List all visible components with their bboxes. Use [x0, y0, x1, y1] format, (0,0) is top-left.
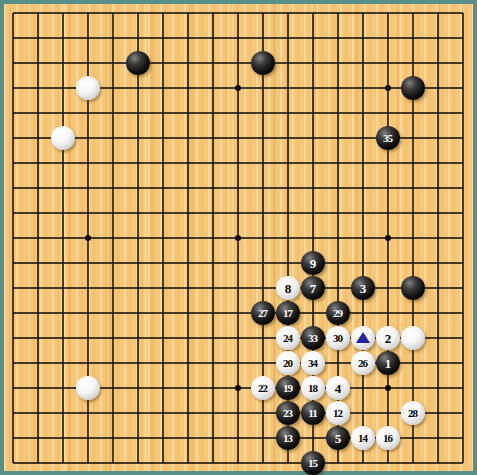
point-J2[interactable] [201, 426, 226, 451]
point-K5[interactable] [226, 351, 251, 376]
point-K2[interactable] [226, 426, 251, 451]
point-F16[interactable] [126, 76, 151, 101]
point-R1[interactable] [401, 451, 426, 475]
point-L16[interactable] [251, 76, 276, 101]
point-E12[interactable] [101, 176, 126, 201]
point-J17[interactable] [201, 51, 226, 76]
point-C5[interactable] [51, 351, 76, 376]
point-E8[interactable] [101, 276, 126, 301]
point-D18[interactable] [76, 26, 101, 51]
point-T12[interactable] [451, 176, 476, 201]
point-D11[interactable] [76, 201, 101, 226]
point-T8[interactable] [451, 276, 476, 301]
point-F15[interactable] [126, 101, 151, 126]
point-R6[interactable] [401, 326, 426, 351]
point-C14[interactable] [51, 126, 76, 151]
point-Q2[interactable]: 16 [376, 426, 401, 451]
point-C19[interactable] [51, 1, 76, 26]
point-R3[interactable]: 28 [401, 401, 426, 426]
point-A14[interactable] [1, 126, 26, 151]
point-H12[interactable] [176, 176, 201, 201]
point-Q5[interactable]: 1 [376, 351, 401, 376]
point-T17[interactable] [451, 51, 476, 76]
point-K3[interactable] [226, 401, 251, 426]
point-H17[interactable] [176, 51, 201, 76]
point-E17[interactable] [101, 51, 126, 76]
point-C17[interactable] [51, 51, 76, 76]
point-T3[interactable] [451, 401, 476, 426]
point-C13[interactable] [51, 151, 76, 176]
point-B4[interactable] [26, 376, 51, 401]
point-L6[interactable] [251, 326, 276, 351]
point-M19[interactable] [276, 1, 301, 26]
point-B14[interactable] [26, 126, 51, 151]
point-K13[interactable] [226, 151, 251, 176]
point-G17[interactable] [151, 51, 176, 76]
point-F3[interactable] [126, 401, 151, 426]
point-H18[interactable] [176, 26, 201, 51]
point-D13[interactable] [76, 151, 101, 176]
point-Q7[interactable] [376, 301, 401, 326]
point-O5[interactable] [326, 351, 351, 376]
point-J6[interactable] [201, 326, 226, 351]
point-M11[interactable] [276, 201, 301, 226]
point-J1[interactable] [201, 451, 226, 475]
point-N2[interactable] [301, 426, 326, 451]
point-D12[interactable] [76, 176, 101, 201]
point-D8[interactable] [76, 276, 101, 301]
point-B9[interactable] [26, 251, 51, 276]
point-C6[interactable] [51, 326, 76, 351]
point-M15[interactable] [276, 101, 301, 126]
point-A8[interactable] [1, 276, 26, 301]
point-O8[interactable] [326, 276, 351, 301]
point-S17[interactable] [426, 51, 451, 76]
point-C18[interactable] [51, 26, 76, 51]
point-L14[interactable] [251, 126, 276, 151]
point-O12[interactable] [326, 176, 351, 201]
point-H19[interactable] [176, 1, 201, 26]
point-F1[interactable] [126, 451, 151, 475]
point-R15[interactable] [401, 101, 426, 126]
point-F10[interactable] [126, 226, 151, 251]
point-F19[interactable] [126, 1, 151, 26]
point-E19[interactable] [101, 1, 126, 26]
point-C8[interactable] [51, 276, 76, 301]
point-A17[interactable] [1, 51, 26, 76]
point-L15[interactable] [251, 101, 276, 126]
point-T10[interactable] [451, 226, 476, 251]
point-D7[interactable] [76, 301, 101, 326]
point-Q10[interactable] [376, 226, 401, 251]
point-N3[interactable]: 11 [301, 401, 326, 426]
point-D19[interactable] [76, 1, 101, 26]
point-M9[interactable] [276, 251, 301, 276]
point-G9[interactable] [151, 251, 176, 276]
point-M1[interactable] [276, 451, 301, 475]
point-N7[interactable] [301, 301, 326, 326]
point-Q11[interactable] [376, 201, 401, 226]
point-L12[interactable] [251, 176, 276, 201]
point-D17[interactable] [76, 51, 101, 76]
point-E9[interactable] [101, 251, 126, 276]
point-B16[interactable] [26, 76, 51, 101]
point-E14[interactable] [101, 126, 126, 151]
point-G4[interactable] [151, 376, 176, 401]
point-J4[interactable] [201, 376, 226, 401]
point-N6[interactable]: 33 [301, 326, 326, 351]
point-S9[interactable] [426, 251, 451, 276]
point-K19[interactable] [226, 1, 251, 26]
point-T7[interactable] [451, 301, 476, 326]
point-B11[interactable] [26, 201, 51, 226]
point-B3[interactable] [26, 401, 51, 426]
point-D2[interactable] [76, 426, 101, 451]
point-P13[interactable] [351, 151, 376, 176]
point-J15[interactable] [201, 101, 226, 126]
point-M7[interactable]: 17 [276, 301, 301, 326]
point-L2[interactable] [251, 426, 276, 451]
point-O1[interactable] [326, 451, 351, 475]
point-L19[interactable] [251, 1, 276, 26]
point-K6[interactable] [226, 326, 251, 351]
point-G16[interactable] [151, 76, 176, 101]
point-Q8[interactable] [376, 276, 401, 301]
point-B2[interactable] [26, 426, 51, 451]
point-K14[interactable] [226, 126, 251, 151]
point-P7[interactable] [351, 301, 376, 326]
point-R9[interactable] [401, 251, 426, 276]
point-R14[interactable] [401, 126, 426, 151]
point-E15[interactable] [101, 101, 126, 126]
point-L11[interactable] [251, 201, 276, 226]
point-A9[interactable] [1, 251, 26, 276]
point-O19[interactable] [326, 1, 351, 26]
point-G14[interactable] [151, 126, 176, 151]
point-H5[interactable] [176, 351, 201, 376]
point-L9[interactable] [251, 251, 276, 276]
point-T14[interactable] [451, 126, 476, 151]
point-M13[interactable] [276, 151, 301, 176]
point-S18[interactable] [426, 26, 451, 51]
point-A12[interactable] [1, 176, 26, 201]
point-B17[interactable] [26, 51, 51, 76]
point-M5[interactable]: 20 [276, 351, 301, 376]
point-D1[interactable] [76, 451, 101, 475]
point-H7[interactable] [176, 301, 201, 326]
point-S16[interactable] [426, 76, 451, 101]
point-R11[interactable] [401, 201, 426, 226]
point-H4[interactable] [176, 376, 201, 401]
point-G10[interactable] [151, 226, 176, 251]
point-P2[interactable]: 14 [351, 426, 376, 451]
point-F7[interactable] [126, 301, 151, 326]
point-N8[interactable]: 7 [301, 276, 326, 301]
point-O7[interactable]: 29 [326, 301, 351, 326]
point-J16[interactable] [201, 76, 226, 101]
point-H10[interactable] [176, 226, 201, 251]
point-F2[interactable] [126, 426, 151, 451]
point-C12[interactable] [51, 176, 76, 201]
point-K11[interactable] [226, 201, 251, 226]
point-P6[interactable] [351, 326, 376, 351]
point-H15[interactable] [176, 101, 201, 126]
point-J5[interactable] [201, 351, 226, 376]
point-T18[interactable] [451, 26, 476, 51]
point-J7[interactable] [201, 301, 226, 326]
point-A15[interactable] [1, 101, 26, 126]
point-A7[interactable] [1, 301, 26, 326]
point-B15[interactable] [26, 101, 51, 126]
point-B10[interactable] [26, 226, 51, 251]
point-M10[interactable] [276, 226, 301, 251]
point-E7[interactable] [101, 301, 126, 326]
point-G12[interactable] [151, 176, 176, 201]
point-P5[interactable]: 26 [351, 351, 376, 376]
point-O14[interactable] [326, 126, 351, 151]
point-N1[interactable]: 15 [301, 451, 326, 475]
point-G19[interactable] [151, 1, 176, 26]
point-S2[interactable] [426, 426, 451, 451]
point-N4[interactable]: 18 [301, 376, 326, 401]
point-L8[interactable] [251, 276, 276, 301]
point-Q15[interactable] [376, 101, 401, 126]
point-K7[interactable] [226, 301, 251, 326]
point-B7[interactable] [26, 301, 51, 326]
point-R17[interactable] [401, 51, 426, 76]
point-N16[interactable] [301, 76, 326, 101]
point-G18[interactable] [151, 26, 176, 51]
point-P4[interactable] [351, 376, 376, 401]
point-L10[interactable] [251, 226, 276, 251]
point-R8[interactable] [401, 276, 426, 301]
point-G7[interactable] [151, 301, 176, 326]
point-T19[interactable] [451, 1, 476, 26]
point-O16[interactable] [326, 76, 351, 101]
point-N5[interactable]: 34 [301, 351, 326, 376]
point-F14[interactable] [126, 126, 151, 151]
point-T11[interactable] [451, 201, 476, 226]
point-S1[interactable] [426, 451, 451, 475]
point-L7[interactable]: 27 [251, 301, 276, 326]
point-M6[interactable]: 24 [276, 326, 301, 351]
point-S6[interactable] [426, 326, 451, 351]
point-R16[interactable] [401, 76, 426, 101]
point-C2[interactable] [51, 426, 76, 451]
point-E4[interactable] [101, 376, 126, 401]
point-F17[interactable] [126, 51, 151, 76]
point-L4[interactable]: 22 [251, 376, 276, 401]
point-H8[interactable] [176, 276, 201, 301]
point-P8[interactable]: 3 [351, 276, 376, 301]
point-C3[interactable] [51, 401, 76, 426]
point-E16[interactable] [101, 76, 126, 101]
point-R13[interactable] [401, 151, 426, 176]
point-E11[interactable] [101, 201, 126, 226]
point-N12[interactable] [301, 176, 326, 201]
point-O11[interactable] [326, 201, 351, 226]
point-Q19[interactable] [376, 1, 401, 26]
point-O3[interactable]: 12 [326, 401, 351, 426]
point-J8[interactable] [201, 276, 226, 301]
point-O15[interactable] [326, 101, 351, 126]
point-F9[interactable] [126, 251, 151, 276]
point-D4[interactable] [76, 376, 101, 401]
point-T5[interactable] [451, 351, 476, 376]
point-B19[interactable] [26, 1, 51, 26]
point-T2[interactable] [451, 426, 476, 451]
point-A18[interactable] [1, 26, 26, 51]
point-A4[interactable] [1, 376, 26, 401]
point-N11[interactable] [301, 201, 326, 226]
point-K8[interactable] [226, 276, 251, 301]
point-H6[interactable] [176, 326, 201, 351]
point-T6[interactable] [451, 326, 476, 351]
point-A5[interactable] [1, 351, 26, 376]
point-C9[interactable] [51, 251, 76, 276]
point-T13[interactable] [451, 151, 476, 176]
point-Q3[interactable] [376, 401, 401, 426]
point-P11[interactable] [351, 201, 376, 226]
point-D16[interactable] [76, 76, 101, 101]
point-A1[interactable] [1, 451, 26, 475]
point-O18[interactable] [326, 26, 351, 51]
point-P15[interactable] [351, 101, 376, 126]
point-T16[interactable] [451, 76, 476, 101]
point-J12[interactable] [201, 176, 226, 201]
point-P3[interactable] [351, 401, 376, 426]
point-P17[interactable] [351, 51, 376, 76]
point-N9[interactable]: 9 [301, 251, 326, 276]
point-B8[interactable] [26, 276, 51, 301]
point-L1[interactable] [251, 451, 276, 475]
point-G11[interactable] [151, 201, 176, 226]
point-K9[interactable] [226, 251, 251, 276]
point-S5[interactable] [426, 351, 451, 376]
point-Q12[interactable] [376, 176, 401, 201]
point-R12[interactable] [401, 176, 426, 201]
point-B5[interactable] [26, 351, 51, 376]
point-F18[interactable] [126, 26, 151, 51]
point-C10[interactable] [51, 226, 76, 251]
point-M17[interactable] [276, 51, 301, 76]
point-K16[interactable] [226, 76, 251, 101]
point-H9[interactable] [176, 251, 201, 276]
point-Q16[interactable] [376, 76, 401, 101]
point-H16[interactable] [176, 76, 201, 101]
point-B1[interactable] [26, 451, 51, 475]
point-N14[interactable] [301, 126, 326, 151]
point-A16[interactable] [1, 76, 26, 101]
point-O9[interactable] [326, 251, 351, 276]
point-D9[interactable] [76, 251, 101, 276]
point-A19[interactable] [1, 1, 26, 26]
point-L5[interactable] [251, 351, 276, 376]
point-D6[interactable] [76, 326, 101, 351]
point-K18[interactable] [226, 26, 251, 51]
point-S11[interactable] [426, 201, 451, 226]
point-N13[interactable] [301, 151, 326, 176]
point-A2[interactable] [1, 426, 26, 451]
point-K4[interactable] [226, 376, 251, 401]
point-E13[interactable] [101, 151, 126, 176]
point-F12[interactable] [126, 176, 151, 201]
point-K10[interactable] [226, 226, 251, 251]
point-G8[interactable] [151, 276, 176, 301]
point-F11[interactable] [126, 201, 151, 226]
point-S8[interactable] [426, 276, 451, 301]
point-B13[interactable] [26, 151, 51, 176]
point-M2[interactable]: 13 [276, 426, 301, 451]
point-G5[interactable] [151, 351, 176, 376]
point-Q13[interactable] [376, 151, 401, 176]
point-Q6[interactable]: 2 [376, 326, 401, 351]
point-Q14[interactable]: 35 [376, 126, 401, 151]
point-J9[interactable] [201, 251, 226, 276]
point-R10[interactable] [401, 226, 426, 251]
point-C15[interactable] [51, 101, 76, 126]
point-F6[interactable] [126, 326, 151, 351]
point-P16[interactable] [351, 76, 376, 101]
point-C11[interactable] [51, 201, 76, 226]
point-M14[interactable] [276, 126, 301, 151]
point-L18[interactable] [251, 26, 276, 51]
point-E1[interactable] [101, 451, 126, 475]
point-G1[interactable] [151, 451, 176, 475]
point-G2[interactable] [151, 426, 176, 451]
point-O10[interactable] [326, 226, 351, 251]
point-K17[interactable] [226, 51, 251, 76]
point-G15[interactable] [151, 101, 176, 126]
point-J18[interactable] [201, 26, 226, 51]
point-K15[interactable] [226, 101, 251, 126]
point-J14[interactable] [201, 126, 226, 151]
point-D10[interactable] [76, 226, 101, 251]
point-E5[interactable] [101, 351, 126, 376]
point-R4[interactable] [401, 376, 426, 401]
point-S15[interactable] [426, 101, 451, 126]
point-O17[interactable] [326, 51, 351, 76]
point-B18[interactable] [26, 26, 51, 51]
point-H1[interactable] [176, 451, 201, 475]
point-R7[interactable] [401, 301, 426, 326]
point-P18[interactable] [351, 26, 376, 51]
point-T4[interactable] [451, 376, 476, 401]
point-M16[interactable] [276, 76, 301, 101]
point-R2[interactable] [401, 426, 426, 451]
point-Q4[interactable] [376, 376, 401, 401]
point-Q1[interactable] [376, 451, 401, 475]
point-F8[interactable] [126, 276, 151, 301]
point-J13[interactable] [201, 151, 226, 176]
point-N15[interactable] [301, 101, 326, 126]
point-L13[interactable] [251, 151, 276, 176]
point-S3[interactable] [426, 401, 451, 426]
point-T15[interactable] [451, 101, 476, 126]
point-J19[interactable] [201, 1, 226, 26]
point-E2[interactable] [101, 426, 126, 451]
point-G13[interactable] [151, 151, 176, 176]
point-S14[interactable] [426, 126, 451, 151]
point-T1[interactable] [451, 451, 476, 475]
point-M8[interactable]: 8 [276, 276, 301, 301]
point-S4[interactable] [426, 376, 451, 401]
point-K1[interactable] [226, 451, 251, 475]
point-L17[interactable] [251, 51, 276, 76]
point-Q17[interactable] [376, 51, 401, 76]
point-H2[interactable] [176, 426, 201, 451]
point-S7[interactable] [426, 301, 451, 326]
